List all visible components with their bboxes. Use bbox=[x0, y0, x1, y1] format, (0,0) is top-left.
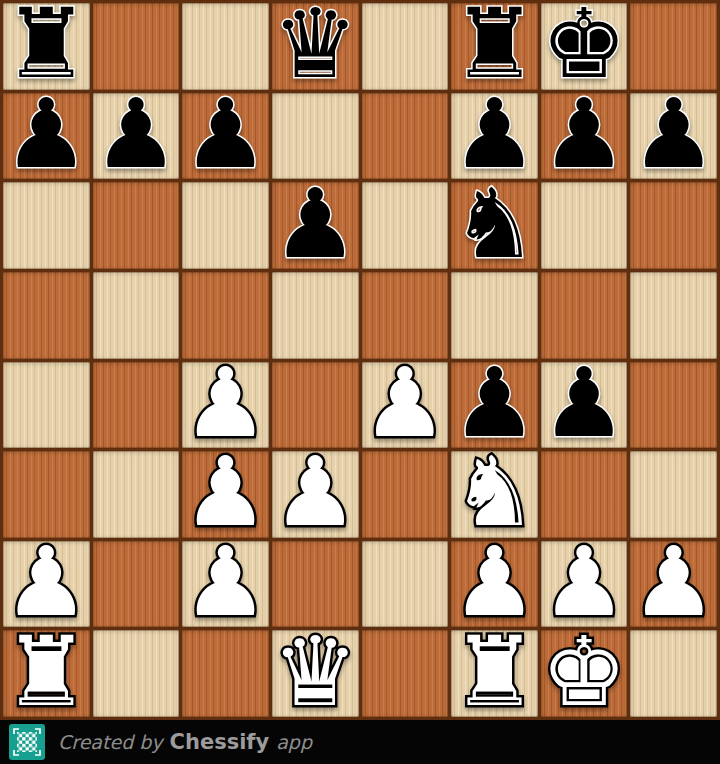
square-c6[interactable] bbox=[182, 182, 269, 269]
piece-glyph: ♜ bbox=[451, 1, 538, 88]
piece-black-rook[interactable]: ♜♜ bbox=[3, 3, 90, 90]
square-e2[interactable] bbox=[362, 541, 449, 628]
piece-glyph: ♜ bbox=[3, 628, 90, 715]
square-c2[interactable]: ♟♟ bbox=[182, 541, 269, 628]
square-f3[interactable]: ♞♞ bbox=[451, 451, 538, 538]
piece-black-pawn[interactable]: ♟♟ bbox=[93, 93, 180, 180]
piece-white-rook[interactable]: ♜♜ bbox=[3, 630, 90, 717]
piece-black-pawn[interactable]: ♟♟ bbox=[541, 93, 628, 180]
square-g5[interactable] bbox=[541, 272, 628, 359]
piece-glyph: ♟ bbox=[451, 91, 538, 178]
square-h4[interactable] bbox=[630, 362, 717, 449]
square-a8[interactable]: ♜♜ bbox=[3, 3, 90, 90]
square-b3[interactable] bbox=[93, 451, 180, 538]
piece-black-pawn[interactable]: ♟♟ bbox=[541, 362, 628, 449]
piece-glyph: ♟ bbox=[182, 539, 269, 626]
square-a3[interactable] bbox=[3, 451, 90, 538]
piece-glyph: ♟ bbox=[182, 91, 269, 178]
piece-glyph: ♜ bbox=[3, 1, 90, 88]
square-b2[interactable] bbox=[93, 541, 180, 628]
square-a4[interactable] bbox=[3, 362, 90, 449]
chessify-logo-icon bbox=[9, 724, 45, 760]
piece-glyph: ♛ bbox=[272, 628, 359, 715]
square-g8[interactable]: ♚♚ bbox=[541, 3, 628, 90]
piece-glyph: ♟ bbox=[541, 360, 628, 447]
square-d6[interactable]: ♟♟ bbox=[272, 182, 359, 269]
piece-black-pawn[interactable]: ♟♟ bbox=[451, 362, 538, 449]
chess-board: ♜♜♛♛♜♜♚♚♟♟♟♟♟♟♟♟♟♟♟♟♟♟♞♞♟♟♟♟♟♟♟♟♟♟♟♟♞♞♟♟… bbox=[0, 0, 720, 720]
piece-glyph: ♟ bbox=[541, 91, 628, 178]
piece-glyph: ♚ bbox=[541, 628, 628, 715]
square-b8[interactable] bbox=[93, 3, 180, 90]
square-c4[interactable]: ♟♟ bbox=[182, 362, 269, 449]
chessify-diagram: ♜♜♛♛♜♜♚♚♟♟♟♟♟♟♟♟♟♟♟♟♟♟♞♞♟♟♟♟♟♟♟♟♟♟♟♟♞♞♟♟… bbox=[0, 0, 720, 764]
piece-glyph: ♟ bbox=[182, 360, 269, 447]
square-d3[interactable]: ♟♟ bbox=[272, 451, 359, 538]
piece-glyph: ♟ bbox=[362, 360, 449, 447]
square-f4[interactable]: ♟♟ bbox=[451, 362, 538, 449]
piece-glyph: ♟ bbox=[93, 91, 180, 178]
square-b6[interactable] bbox=[93, 182, 180, 269]
square-b7[interactable]: ♟♟ bbox=[93, 93, 180, 180]
square-b5[interactable] bbox=[93, 272, 180, 359]
square-h6[interactable] bbox=[630, 182, 717, 269]
created-by-text: Created by bbox=[58, 731, 163, 753]
piece-white-king[interactable]: ♚♚ bbox=[541, 630, 628, 717]
piece-glyph: ♟ bbox=[451, 539, 538, 626]
piece-glyph: ♟ bbox=[541, 539, 628, 626]
square-h1[interactable] bbox=[630, 630, 717, 717]
square-f2[interactable]: ♟♟ bbox=[451, 541, 538, 628]
square-h2[interactable]: ♟♟ bbox=[630, 541, 717, 628]
piece-black-pawn[interactable]: ♟♟ bbox=[630, 93, 717, 180]
square-g3[interactable] bbox=[541, 451, 628, 538]
piece-black-rook[interactable]: ♜♜ bbox=[451, 3, 538, 90]
piece-white-pawn[interactable]: ♟♟ bbox=[3, 541, 90, 628]
piece-glyph: ♟ bbox=[272, 180, 359, 267]
piece-white-queen[interactable]: ♛♛ bbox=[272, 630, 359, 717]
square-c1[interactable] bbox=[182, 630, 269, 717]
piece-white-pawn[interactable]: ♟♟ bbox=[630, 541, 717, 628]
square-a1[interactable]: ♜♜ bbox=[3, 630, 90, 717]
piece-glyph: ♞ bbox=[451, 449, 538, 536]
piece-black-queen[interactable]: ♛♛ bbox=[272, 3, 359, 90]
piece-white-rook[interactable]: ♜♜ bbox=[451, 630, 538, 717]
piece-black-pawn[interactable]: ♟♟ bbox=[272, 182, 359, 269]
piece-white-pawn[interactable]: ♟♟ bbox=[541, 541, 628, 628]
square-b4[interactable] bbox=[93, 362, 180, 449]
square-e8[interactable] bbox=[362, 3, 449, 90]
square-g2[interactable]: ♟♟ bbox=[541, 541, 628, 628]
square-e5[interactable] bbox=[362, 272, 449, 359]
square-h8[interactable] bbox=[630, 3, 717, 90]
piece-glyph: ♚ bbox=[541, 1, 628, 88]
square-g1[interactable]: ♚♚ bbox=[541, 630, 628, 717]
piece-glyph: ♞ bbox=[451, 180, 538, 267]
piece-black-pawn[interactable]: ♟♟ bbox=[182, 93, 269, 180]
piece-white-pawn[interactable]: ♟♟ bbox=[182, 541, 269, 628]
square-f5[interactable] bbox=[451, 272, 538, 359]
piece-black-pawn[interactable]: ♟♟ bbox=[451, 93, 538, 180]
piece-glyph: ♟ bbox=[3, 539, 90, 626]
app-text: app bbox=[276, 731, 312, 753]
square-d5[interactable] bbox=[272, 272, 359, 359]
square-c3[interactable]: ♟♟ bbox=[182, 451, 269, 538]
square-e6[interactable] bbox=[362, 182, 449, 269]
credit-line: Created byChessifyapp bbox=[58, 730, 312, 754]
square-h3[interactable] bbox=[630, 451, 717, 538]
piece-black-knight[interactable]: ♞♞ bbox=[451, 182, 538, 269]
square-g7[interactable]: ♟♟ bbox=[541, 93, 628, 180]
square-d4[interactable] bbox=[272, 362, 359, 449]
square-d1[interactable]: ♛♛ bbox=[272, 630, 359, 717]
square-e1[interactable] bbox=[362, 630, 449, 717]
square-e3[interactable] bbox=[362, 451, 449, 538]
piece-glyph: ♟ bbox=[3, 91, 90, 178]
piece-glyph: ♜ bbox=[451, 628, 538, 715]
square-c5[interactable] bbox=[182, 272, 269, 359]
square-f6[interactable]: ♞♞ bbox=[451, 182, 538, 269]
square-d8[interactable]: ♛♛ bbox=[272, 3, 359, 90]
piece-white-pawn[interactable]: ♟♟ bbox=[182, 451, 269, 538]
square-b1[interactable] bbox=[93, 630, 180, 717]
piece-white-pawn[interactable]: ♟♟ bbox=[272, 451, 359, 538]
piece-glyph: ♟ bbox=[451, 360, 538, 447]
square-c8[interactable] bbox=[182, 3, 269, 90]
piece-glyph: ♟ bbox=[630, 539, 717, 626]
square-d7[interactable] bbox=[272, 93, 359, 180]
square-c7[interactable]: ♟♟ bbox=[182, 93, 269, 180]
square-a6[interactable] bbox=[3, 182, 90, 269]
piece-black-king[interactable]: ♚♚ bbox=[541, 3, 628, 90]
square-e4[interactable]: ♟♟ bbox=[362, 362, 449, 449]
square-h7[interactable]: ♟♟ bbox=[630, 93, 717, 180]
piece-glyph: ♛ bbox=[272, 1, 359, 88]
piece-glyph: ♟ bbox=[182, 449, 269, 536]
square-a5[interactable] bbox=[3, 272, 90, 359]
piece-white-pawn[interactable]: ♟♟ bbox=[362, 362, 449, 449]
piece-glyph: ♟ bbox=[630, 91, 717, 178]
square-g4[interactable]: ♟♟ bbox=[541, 362, 628, 449]
square-f7[interactable]: ♟♟ bbox=[451, 93, 538, 180]
piece-white-pawn[interactable]: ♟♟ bbox=[451, 541, 538, 628]
square-f1[interactable]: ♜♜ bbox=[451, 630, 538, 717]
piece-white-pawn[interactable]: ♟♟ bbox=[182, 362, 269, 449]
brand-name: Chessify bbox=[170, 730, 270, 754]
piece-glyph: ♟ bbox=[272, 449, 359, 536]
square-h5[interactable] bbox=[630, 272, 717, 359]
square-f8[interactable]: ♜♜ bbox=[451, 3, 538, 90]
piece-black-pawn[interactable]: ♟♟ bbox=[3, 93, 90, 180]
square-e7[interactable] bbox=[362, 93, 449, 180]
square-d2[interactable] bbox=[272, 541, 359, 628]
piece-white-knight[interactable]: ♞♞ bbox=[451, 451, 538, 538]
square-a7[interactable]: ♟♟ bbox=[3, 93, 90, 180]
square-a2[interactable]: ♟♟ bbox=[3, 541, 90, 628]
square-g6[interactable] bbox=[541, 182, 628, 269]
